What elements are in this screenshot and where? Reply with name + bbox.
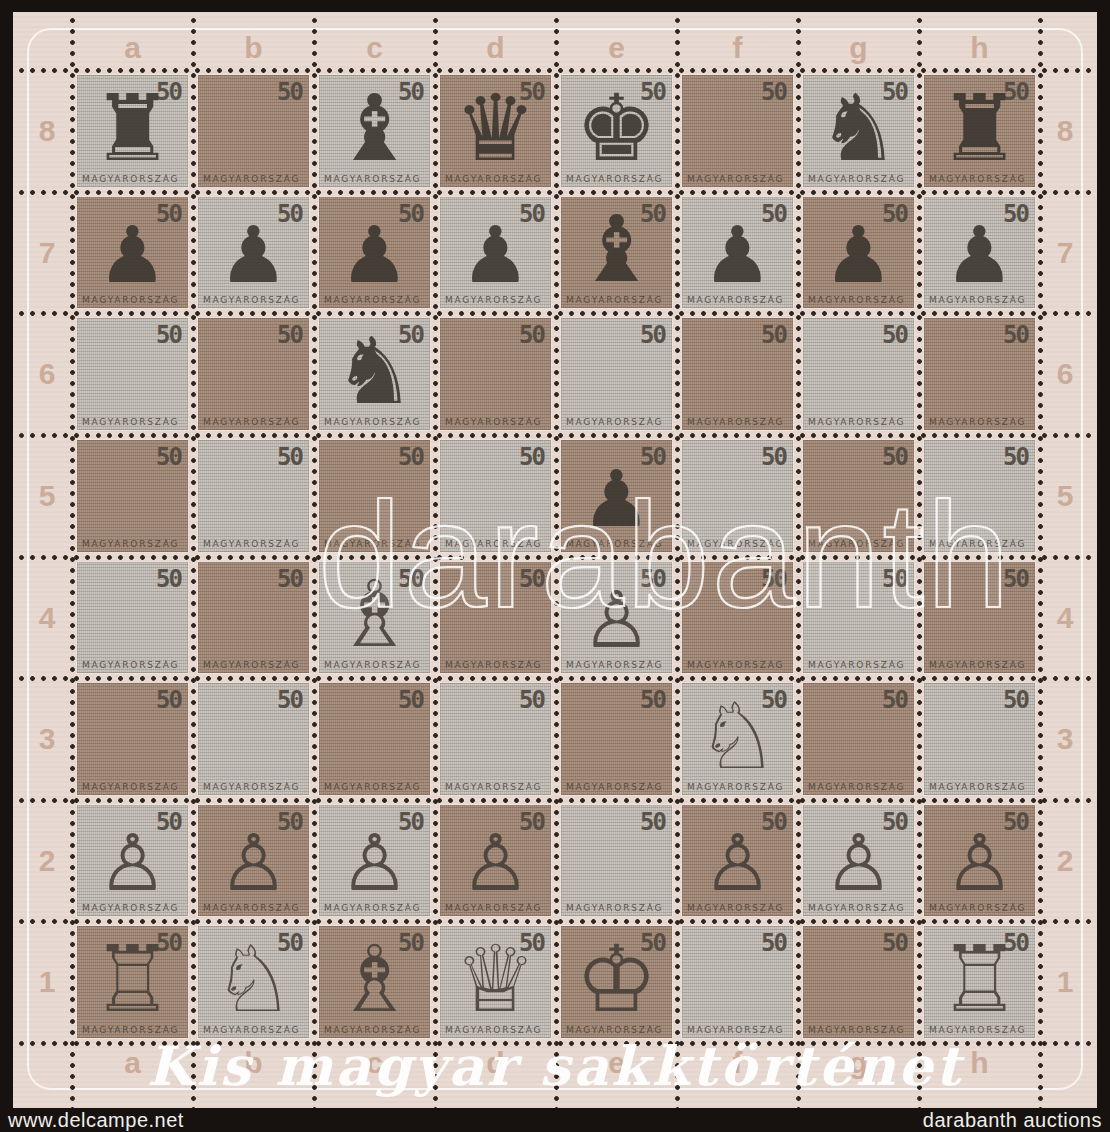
square-f1: 50MAGYARORSZÁG [677,921,798,1043]
denomination: 50 [882,445,907,469]
country-label: MAGYARORSZÁG [808,417,911,427]
country-label: MAGYARORSZÁG [445,539,548,549]
denomination: 50 [1003,445,1028,469]
square-f6: 50MAGYARORSZÁG [677,313,798,435]
stamp-f1: 50MAGYARORSZÁG [682,926,793,1038]
file-label-f-bottom: f [677,1043,798,1083]
stamp-a6: 50MAGYARORSZÁG [77,318,188,430]
denomination: 50 [519,688,544,712]
stamp-a2: 50♙MAGYARORSZÁG [77,805,188,917]
file-label-c-bottom: c [314,1043,435,1083]
country-label: MAGYARORSZÁG [929,660,1032,670]
square-g7: 50♟MAGYARORSZÁG [798,192,919,314]
square-c4: 50♗MAGYARORSZÁG [314,557,435,679]
square-a1: 50♖MAGYARORSZÁG [72,921,193,1043]
piece-black-pawn-g7: ♟ [803,216,914,294]
square-d1: 50♕MAGYARORSZÁG [435,921,556,1043]
denomination: 50 [398,688,423,712]
country-label: MAGYARORSZÁG [82,660,185,670]
square-g3: 50MAGYARORSZÁG [798,678,919,800]
denomination: 50 [519,323,544,347]
stamp-a7: 50♟MAGYARORSZÁG [77,197,188,309]
country-label: MAGYARORSZÁG [82,174,185,184]
country-label: MAGYARORSZÁG [566,782,669,792]
stamp-g1: 50MAGYARORSZÁG [803,926,914,1038]
square-g4: 50MAGYARORSZÁG [798,557,919,679]
stamp-f7: 50♟MAGYARORSZÁG [682,197,793,309]
rank-label-6-left: 6 [25,313,69,435]
country-label: MAGYARORSZÁG [203,903,306,913]
stamp-b5: 50MAGYARORSZÁG [198,440,309,552]
stamp-h1: 50♖MAGYARORSZÁG [924,926,1035,1038]
square-h7: 50♟MAGYARORSZÁG [919,192,1040,314]
stamp-b4: 50MAGYARORSZÁG [198,562,309,674]
square-g2: 50♙MAGYARORSZÁG [798,800,919,922]
stamp-d5: 50MAGYARORSZÁG [440,440,551,552]
stamp-d4: 50MAGYARORSZÁG [440,562,551,674]
country-label: MAGYARORSZÁG [445,1025,548,1035]
country-label: MAGYARORSZÁG [203,539,306,549]
piece-white-king-e1: ♔ [561,934,672,1026]
square-c3: 50MAGYARORSZÁG [314,678,435,800]
denomination: 50 [640,688,665,712]
country-label: MAGYARORSZÁG [324,782,427,792]
country-label: MAGYARORSZÁG [82,539,185,549]
square-a4: 50MAGYARORSZÁG [72,557,193,679]
file-label-e-top: e [556,28,677,68]
rank-label-4-right: 4 [1043,557,1087,679]
stamp-h5: 50MAGYARORSZÁG [924,440,1035,552]
stamp-c7: 50♟MAGYARORSZÁG [319,197,430,309]
stamp-d7: 50♟MAGYARORSZÁG [440,197,551,309]
stamp-e4: 50♙MAGYARORSZÁG [561,562,672,674]
piece-black-pawn-c7: ♟ [319,216,430,294]
stamp-d1: 50♕MAGYARORSZÁG [440,926,551,1038]
square-e5: 50♟MAGYARORSZÁG [556,435,677,557]
country-label: MAGYARORSZÁG [203,295,306,305]
piece-white-pawn-a2: ♙ [77,824,188,902]
piece-black-rook-a8: ♜ [77,83,188,175]
country-label: MAGYARORSZÁG [203,174,306,184]
denomination: 50 [277,80,302,104]
denomination: 50 [398,445,423,469]
piece-black-rook-h8: ♜ [924,83,1035,175]
square-d4: 50MAGYARORSZÁG [435,557,556,679]
piece-white-pawn-g2: ♙ [803,824,914,902]
country-label: MAGYARORSZÁG [324,660,427,670]
square-c7: 50♟MAGYARORSZÁG [314,192,435,314]
rank-label-1-left: 1 [25,921,69,1043]
piece-white-pawn-f2: ♙ [682,824,793,902]
file-label-b-bottom: b [193,1043,314,1083]
piece-white-bishop-c4: ♗ [319,569,430,661]
rank-label-5-left: 5 [25,435,69,557]
piece-white-rook-a1: ♖ [77,934,188,1026]
country-label: MAGYARORSZÁG [203,660,306,670]
stamp-c2: 50♙MAGYARORSZÁG [319,805,430,917]
file-label-d-top: d [435,28,556,68]
country-label: MAGYARORSZÁG [687,782,790,792]
piece-white-knight-b1: ♘ [198,934,309,1026]
square-d3: 50MAGYARORSZÁG [435,678,556,800]
country-label: MAGYARORSZÁG [929,295,1032,305]
country-label: MAGYARORSZÁG [82,417,185,427]
square-a5: 50MAGYARORSZÁG [72,435,193,557]
country-label: MAGYARORSZÁG [203,1025,306,1035]
denomination: 50 [761,567,786,591]
denomination: 50 [156,688,181,712]
stamp-f6: 50MAGYARORSZÁG [682,318,793,430]
country-label: MAGYARORSZÁG [324,174,427,184]
rank-label-7-left: 7 [25,192,69,314]
stamp-a5: 50MAGYARORSZÁG [77,440,188,552]
denomination: 50 [882,688,907,712]
file-label-e-bottom: e [556,1043,677,1083]
square-a8: 50♜MAGYARORSZÁG [72,70,193,192]
stamp-b7: 50♟MAGYARORSZÁG [198,197,309,309]
piece-white-bishop-c1: ♗ [319,934,430,1026]
stamp-d2: 50♙MAGYARORSZÁG [440,805,551,917]
country-label: MAGYARORSZÁG [445,782,548,792]
square-a7: 50♟MAGYARORSZÁG [72,192,193,314]
piece-white-pawn-c2: ♙ [319,824,430,902]
piece-black-pawn-e5: ♟ [561,460,672,538]
square-a6: 50MAGYARORSZÁG [72,313,193,435]
denomination: 50 [640,810,665,834]
country-label: MAGYARORSZÁG [687,417,790,427]
country-label: MAGYARORSZÁG [82,295,185,305]
square-e2: 50MAGYARORSZÁG [556,800,677,922]
square-d7: 50♟MAGYARORSZÁG [435,192,556,314]
stamp-b2: 50♙MAGYARORSZÁG [198,805,309,917]
country-label: MAGYARORSZÁG [929,903,1032,913]
country-label: MAGYARORSZÁG [566,660,669,670]
stamp-h6: 50MAGYARORSZÁG [924,318,1035,430]
country-label: MAGYARORSZÁG [808,1025,911,1035]
piece-black-pawn-a7: ♟ [77,216,188,294]
denomination: 50 [156,445,181,469]
stamp-g8: 50♞MAGYARORSZÁG [803,75,914,187]
square-h4: 50MAGYARORSZÁG [919,557,1040,679]
square-c2: 50♙MAGYARORSZÁG [314,800,435,922]
denomination: 50 [277,323,302,347]
stamp-g4: 50MAGYARORSZÁG [803,562,914,674]
square-b8: 50MAGYARORSZÁG [193,70,314,192]
stamp-c1: 50♗MAGYARORSZÁG [319,926,430,1038]
country-label: MAGYARORSZÁG [203,782,306,792]
square-d5: 50MAGYARORSZÁG [435,435,556,557]
stamp-h7: 50♟MAGYARORSZÁG [924,197,1035,309]
stamp-f8: 50MAGYARORSZÁG [682,75,793,187]
stamp-e3: 50MAGYARORSZÁG [561,683,672,795]
piece-black-pawn-d7: ♟ [440,216,551,294]
country-label: MAGYARORSZÁG [324,539,427,549]
rank-label-5-right: 5 [1043,435,1087,557]
stamp-a1: 50♖MAGYARORSZÁG [77,926,188,1038]
stamp-a8: 50♜MAGYARORSZÁG [77,75,188,187]
country-label: MAGYARORSZÁG [808,903,911,913]
square-c5: 50MAGYARORSZÁG [314,435,435,557]
country-label: MAGYARORSZÁG [929,539,1032,549]
piece-black-pawn-f7: ♟ [682,216,793,294]
square-h6: 50MAGYARORSZÁG [919,313,1040,435]
stamp-c5: 50MAGYARORSZÁG [319,440,430,552]
piece-white-pawn-h2: ♙ [924,824,1035,902]
stamp-a4: 50MAGYARORSZÁG [77,562,188,674]
stamp-d8: 50♛MAGYARORSZÁG [440,75,551,187]
denomination: 50 [1003,567,1028,591]
denomination: 50 [882,931,907,955]
rank-label-8-right: 8 [1043,70,1087,192]
denomination: 50 [1003,688,1028,712]
country-label: MAGYARORSZÁG [808,295,911,305]
country-label: MAGYARORSZÁG [929,417,1032,427]
piece-white-pawn-e4: ♙ [561,581,672,659]
country-label: MAGYARORSZÁG [687,1025,790,1035]
square-f7: 50♟MAGYARORSZÁG [677,192,798,314]
stamp-f4: 50MAGYARORSZÁG [682,562,793,674]
stamp-c4: 50♗MAGYARORSZÁG [319,562,430,674]
denomination: 50 [156,323,181,347]
country-label: MAGYARORSZÁG [324,295,427,305]
file-label-a-bottom: a [72,1043,193,1083]
square-b3: 50MAGYARORSZÁG [193,678,314,800]
rank-label-7-right: 7 [1043,192,1087,314]
denomination: 50 [1003,323,1028,347]
stamp-h8: 50♜MAGYARORSZÁG [924,75,1035,187]
country-label: MAGYARORSZÁG [566,1025,669,1035]
denomination: 50 [761,445,786,469]
square-e7: 50♝MAGYARORSZÁG [556,192,677,314]
country-label: MAGYARORSZÁG [445,417,548,427]
piece-white-pawn-b2: ♙ [198,824,309,902]
denomination: 50 [519,445,544,469]
stamp-d3: 50MAGYARORSZÁG [440,683,551,795]
rank-label-2-right: 2 [1043,800,1087,922]
stamp-g3: 50MAGYARORSZÁG [803,683,914,795]
stamp-b6: 50MAGYARORSZÁG [198,318,309,430]
square-h3: 50MAGYARORSZÁG [919,678,1040,800]
square-c6: 50♞MAGYARORSZÁG [314,313,435,435]
square-g6: 50MAGYARORSZÁG [798,313,919,435]
file-label-g-top: g [798,28,919,68]
file-label-h-bottom: h [919,1043,1040,1083]
piece-black-knight-g8: ♞ [803,83,914,175]
country-label: MAGYARORSZÁG [687,174,790,184]
piece-white-pawn-d2: ♙ [440,824,551,902]
piece-black-queen-d8: ♛ [440,83,551,175]
piece-black-knight-c6: ♞ [319,326,430,418]
square-a3: 50MAGYARORSZÁG [72,678,193,800]
stamp-b8: 50MAGYARORSZÁG [198,75,309,187]
square-f2: 50♙MAGYARORSZÁG [677,800,798,922]
square-f8: 50MAGYARORSZÁG [677,70,798,192]
stamp-h3: 50MAGYARORSZÁG [924,683,1035,795]
file-label-b-top: b [193,28,314,68]
piece-white-knight-f3: ♘ [682,691,793,783]
country-label: MAGYARORSZÁG [445,295,548,305]
country-label: MAGYARORSZÁG [929,174,1032,184]
watermark-bottom-right: darabanth auctions [923,1108,1102,1132]
square-g5: 50MAGYARORSZÁG [798,435,919,557]
square-e4: 50♙MAGYARORSZÁG [556,557,677,679]
piece-white-queen-d1: ♕ [440,934,551,1026]
country-label: MAGYARORSZÁG [929,1025,1032,1035]
country-label: MAGYARORSZÁG [82,782,185,792]
stamp-g6: 50MAGYARORSZÁG [803,318,914,430]
chess-board: 50♜MAGYARORSZÁG50MAGYARORSZÁG50♝MAGYAROR… [72,70,1040,1043]
rank-label-8-left: 8 [25,70,69,192]
country-label: MAGYARORSZÁG [929,782,1032,792]
stamp-h4: 50MAGYARORSZÁG [924,562,1035,674]
country-label: MAGYARORSZÁG [82,1025,185,1035]
watermark-bottom-left: www.delcampe.net [8,1108,184,1132]
denomination: 50 [761,323,786,347]
country-label: MAGYARORSZÁG [82,903,185,913]
stamp-c8: 50♝MAGYARORSZÁG [319,75,430,187]
file-label-h-top: h [919,28,1040,68]
stamp-e7: 50♝MAGYARORSZÁG [561,197,672,309]
rank-label-1-right: 1 [1043,921,1087,1043]
piece-black-bishop-c8: ♝ [319,83,430,175]
country-label: MAGYARORSZÁG [566,417,669,427]
country-label: MAGYARORSZÁG [687,539,790,549]
stamp-d6: 50MAGYARORSZÁG [440,318,551,430]
square-e6: 50MAGYARORSZÁG [556,313,677,435]
country-label: MAGYARORSZÁG [687,660,790,670]
square-d2: 50♙MAGYARORSZÁG [435,800,556,922]
denomination: 50 [519,567,544,591]
country-label: MAGYARORSZÁG [324,903,427,913]
stamp-e1: 50♔MAGYARORSZÁG [561,926,672,1038]
rank-label-4-left: 4 [25,557,69,679]
stamp-c3: 50MAGYARORSZÁG [319,683,430,795]
square-f3: 50♘MAGYARORSZÁG [677,678,798,800]
file-label-f-top: f [677,28,798,68]
stamp-e8: 50♚MAGYARORSZÁG [561,75,672,187]
stamp-c6: 50♞MAGYARORSZÁG [319,318,430,430]
square-b2: 50♙MAGYARORSZÁG [193,800,314,922]
square-d6: 50MAGYARORSZÁG [435,313,556,435]
square-g1: 50MAGYARORSZÁG [798,921,919,1043]
piece-black-king-e8: ♚ [561,83,672,175]
country-label: MAGYARORSZÁG [445,174,548,184]
stamp-e5: 50♟MAGYARORSZÁG [561,440,672,552]
country-label: MAGYARORSZÁG [445,660,548,670]
square-h2: 50♙MAGYARORSZÁG [919,800,1040,922]
square-d8: 50♛MAGYARORSZÁG [435,70,556,192]
denomination: 50 [882,323,907,347]
auction-photo: abcdefgh abcdefgh 87654321 87654321 50♜M… [0,0,1110,1132]
stamp-e6: 50MAGYARORSZÁG [561,318,672,430]
file-label-g-bottom: g [798,1043,919,1083]
piece-white-rook-h1: ♖ [924,934,1035,1026]
country-label: MAGYARORSZÁG [808,660,911,670]
country-label: MAGYARORSZÁG [203,417,306,427]
square-f4: 50MAGYARORSZÁG [677,557,798,679]
stamp-g7: 50♟MAGYARORSZÁG [803,197,914,309]
rank-label-2-left: 2 [25,800,69,922]
denomination: 50 [640,323,665,347]
denomination: 50 [277,445,302,469]
square-b7: 50♟MAGYARORSZÁG [193,192,314,314]
country-label: MAGYARORSZÁG [445,903,548,913]
stamp-g5: 50MAGYARORSZÁG [803,440,914,552]
stamp-b3: 50MAGYARORSZÁG [198,683,309,795]
country-label: MAGYARORSZÁG [566,903,669,913]
country-label: MAGYARORSZÁG [687,903,790,913]
file-label-d-bottom: d [435,1043,556,1083]
square-b4: 50MAGYARORSZÁG [193,557,314,679]
stamp-sheet: abcdefgh abcdefgh 87654321 87654321 50♜M… [13,12,1097,1108]
stamp-f3: 50♘MAGYARORSZÁG [682,683,793,795]
piece-black-bishop-e7: ♝ [561,204,672,296]
stamp-b1: 50♘MAGYARORSZÁG [198,926,309,1038]
denomination: 50 [761,80,786,104]
denomination: 50 [277,567,302,591]
photo-caption-bar: www.delcampe.net darabanth auctions [0,1108,1110,1132]
country-label: MAGYARORSZÁG [687,295,790,305]
stamp-a3: 50MAGYARORSZÁG [77,683,188,795]
stamp-h2: 50♙MAGYARORSZÁG [924,805,1035,917]
square-h1: 50♖MAGYARORSZÁG [919,921,1040,1043]
square-g8: 50♞MAGYARORSZÁG [798,70,919,192]
square-e8: 50♚MAGYARORSZÁG [556,70,677,192]
country-label: MAGYARORSZÁG [808,782,911,792]
square-e1: 50♔MAGYARORSZÁG [556,921,677,1043]
country-label: MAGYARORSZÁG [566,539,669,549]
rank-label-3-right: 3 [1043,678,1087,800]
square-b1: 50♘MAGYARORSZÁG [193,921,314,1043]
piece-black-pawn-h7: ♟ [924,216,1035,294]
country-label: MAGYARORSZÁG [324,1025,427,1035]
country-label: MAGYARORSZÁG [808,174,911,184]
stamp-e2: 50MAGYARORSZÁG [561,805,672,917]
rank-label-6-right: 6 [1043,313,1087,435]
square-c8: 50♝MAGYARORSZÁG [314,70,435,192]
rank-label-3-left: 3 [25,678,69,800]
country-label: MAGYARORSZÁG [566,174,669,184]
square-h8: 50♜MAGYARORSZÁG [919,70,1040,192]
piece-black-pawn-b7: ♟ [198,216,309,294]
stamp-g2: 50♙MAGYARORSZÁG [803,805,914,917]
square-h5: 50MAGYARORSZÁG [919,435,1040,557]
denomination: 50 [156,567,181,591]
denomination: 50 [882,567,907,591]
country-label: MAGYARORSZÁG [566,295,669,305]
denomination: 50 [277,688,302,712]
country-label: MAGYARORSZÁG [324,417,427,427]
square-c1: 50♗MAGYARORSZÁG [314,921,435,1043]
stamp-f5: 50MAGYARORSZÁG [682,440,793,552]
file-label-a-top: a [72,28,193,68]
denomination: 50 [761,931,786,955]
country-label: MAGYARORSZÁG [808,539,911,549]
square-a2: 50♙MAGYARORSZÁG [72,800,193,922]
file-label-c-top: c [314,28,435,68]
square-f5: 50MAGYARORSZÁG [677,435,798,557]
square-e3: 50MAGYARORSZÁG [556,678,677,800]
square-b6: 50MAGYARORSZÁG [193,313,314,435]
square-b5: 50MAGYARORSZÁG [193,435,314,557]
stamp-f2: 50♙MAGYARORSZÁG [682,805,793,917]
